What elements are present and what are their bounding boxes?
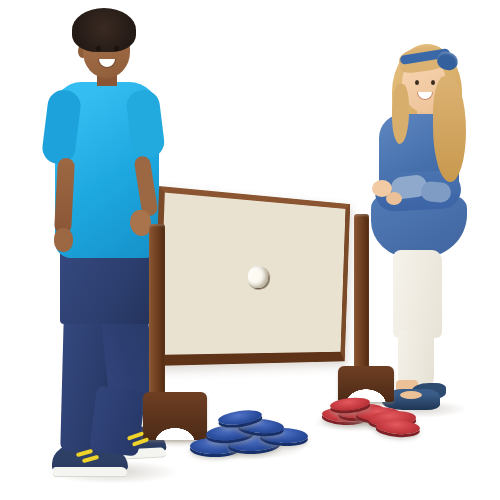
red-disc-pile (0, 0, 500, 500)
product-photo-scene (0, 0, 500, 500)
